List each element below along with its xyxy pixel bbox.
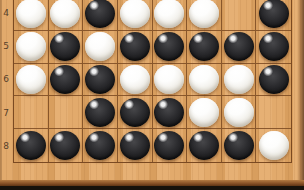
black-disc [85, 0, 115, 28]
cell-g8[interactable] [222, 129, 257, 162]
black-disc [120, 98, 150, 127]
black-disc [16, 131, 46, 160]
cell-c7[interactable] [83, 96, 118, 129]
black-disc [120, 32, 150, 61]
cell-e8[interactable] [153, 129, 188, 162]
othello-board: 45678 [0, 0, 304, 190]
black-disc [259, 65, 289, 94]
black-disc [50, 65, 80, 94]
cell-a6[interactable] [14, 64, 49, 97]
cell-g6[interactable] [222, 64, 257, 97]
white-disc [189, 65, 219, 94]
cell-c8[interactable] [83, 129, 118, 162]
cell-g5[interactable] [222, 31, 257, 64]
white-disc [16, 65, 46, 94]
cell-h7[interactable] [256, 96, 291, 129]
white-disc [224, 98, 254, 127]
cell-a4[interactable] [14, 0, 49, 31]
black-disc [85, 65, 115, 94]
table-shadow [0, 186, 304, 190]
cell-d8[interactable] [118, 129, 153, 162]
black-disc [259, 32, 289, 61]
black-disc [85, 131, 115, 160]
cell-e5[interactable] [153, 31, 188, 64]
white-disc [120, 0, 150, 28]
board-edge-left [0, 0, 2, 181]
cell-h8[interactable] [256, 129, 291, 162]
cell-a7[interactable] [14, 96, 49, 129]
black-disc [85, 98, 115, 127]
white-disc [16, 32, 46, 61]
white-disc [154, 0, 184, 28]
cell-d7[interactable] [118, 96, 153, 129]
cell-a8[interactable] [14, 129, 49, 162]
white-disc [16, 0, 46, 28]
white-disc [259, 131, 289, 160]
black-disc [189, 32, 219, 61]
cell-e7[interactable] [153, 96, 188, 129]
cell-e6[interactable] [153, 64, 188, 97]
cell-h4[interactable] [256, 0, 291, 31]
cell-c6[interactable] [83, 64, 118, 97]
black-disc [224, 32, 254, 61]
cell-f5[interactable] [187, 31, 222, 64]
cell-b4[interactable] [49, 0, 84, 31]
white-disc [224, 65, 254, 94]
board-grid [13, 0, 292, 163]
cell-c5[interactable] [83, 31, 118, 64]
black-disc [50, 32, 80, 61]
cell-d6[interactable] [118, 64, 153, 97]
cell-b7[interactable] [49, 96, 84, 129]
white-disc [85, 32, 115, 61]
cell-h6[interactable] [256, 64, 291, 97]
white-disc [189, 98, 219, 127]
black-disc [224, 131, 254, 160]
board-edge-right [297, 0, 304, 181]
cell-f6[interactable] [187, 64, 222, 97]
black-disc [50, 131, 80, 160]
cell-f8[interactable] [187, 129, 222, 162]
black-disc [259, 0, 289, 28]
white-disc [120, 65, 150, 94]
cell-b5[interactable] [49, 31, 84, 64]
cell-c4[interactable] [83, 0, 118, 31]
black-disc [154, 98, 184, 127]
cell-g7[interactable] [222, 96, 257, 129]
cell-g4[interactable] [222, 0, 257, 31]
black-disc [120, 131, 150, 160]
black-disc [189, 131, 219, 160]
cell-e4[interactable] [153, 0, 188, 31]
black-disc [154, 32, 184, 61]
cell-d5[interactable] [118, 31, 153, 64]
cell-f7[interactable] [187, 96, 222, 129]
cell-h5[interactable] [256, 31, 291, 64]
white-disc [50, 0, 80, 28]
cell-d4[interactable] [118, 0, 153, 31]
white-disc [154, 65, 184, 94]
white-disc [189, 0, 219, 28]
cell-f4[interactable] [187, 0, 222, 31]
cell-b6[interactable] [49, 64, 84, 97]
cell-a5[interactable] [14, 31, 49, 64]
black-disc [154, 131, 184, 160]
cell-b8[interactable] [49, 129, 84, 162]
